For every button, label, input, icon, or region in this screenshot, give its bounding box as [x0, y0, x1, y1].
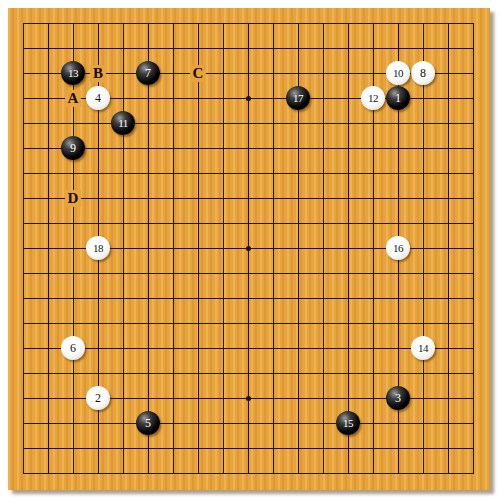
stone-number: 3 — [395, 392, 401, 404]
stone-number: 1 — [395, 92, 401, 104]
stone-number: 16 — [393, 243, 403, 254]
stone-white-16-Q10: 16 — [386, 236, 410, 260]
stone-black-1-Q16: 1 — [386, 86, 410, 110]
stone-number: 8 — [420, 67, 426, 79]
stone-number: 2 — [95, 392, 101, 404]
star-point — [236, 236, 261, 261]
stone-number: 7 — [145, 67, 151, 79]
board-label-D: D — [61, 186, 86, 211]
stone-number: 13 — [68, 68, 78, 79]
star-point-dot — [246, 396, 251, 401]
stone-white-6-C6: 6 — [61, 336, 85, 360]
stone-white-10-Q17: 10 — [386, 61, 410, 85]
stone-black-7-F17: 7 — [136, 61, 160, 85]
stone-white-18-D10: 18 — [86, 236, 110, 260]
stone-number: 6 — [70, 342, 76, 354]
board-label-text-A: A — [65, 90, 82, 107]
board-label-text-C: C — [190, 65, 207, 82]
stone-black-17-M16: 17 — [286, 86, 310, 110]
stone-number: 14 — [418, 343, 428, 354]
stone-number: 9 — [70, 142, 76, 154]
board-label-A: A — [61, 86, 86, 111]
board-label-C: C — [186, 61, 211, 86]
stone-black-11-E15: 11 — [111, 111, 135, 135]
board-grid: ABCD123456789101112131415161718 — [11, 11, 486, 486]
stone-number: 5 — [145, 417, 151, 429]
stone-number: 10 — [393, 68, 403, 79]
board-label-text-D: D — [65, 190, 82, 207]
stone-black-5-F3: 5 — [136, 411, 160, 435]
stone-white-8-R17: 8 — [411, 61, 435, 85]
stone-white-14-R6: 14 — [411, 336, 435, 360]
stone-white-2-D4: 2 — [86, 386, 110, 410]
stone-number: 17 — [293, 93, 303, 104]
stone-number: 4 — [95, 92, 101, 104]
star-point-dot — [246, 96, 251, 101]
go-board[interactable]: ABCD123456789101112131415161718 — [8, 8, 490, 490]
board-label-B: B — [86, 61, 111, 86]
star-point — [236, 386, 261, 411]
stone-black-9-C14: 9 — [61, 136, 85, 160]
page: ABCD123456789101112131415161718 — [0, 0, 500, 500]
stone-number: 18 — [93, 243, 103, 254]
stone-black-13-C17: 13 — [61, 61, 85, 85]
stone-number: 11 — [118, 118, 128, 129]
stone-black-3-Q4: 3 — [386, 386, 410, 410]
stone-white-12-P16: 12 — [361, 86, 385, 110]
stone-number: 12 — [368, 93, 378, 104]
stone-black-15-O3: 15 — [336, 411, 360, 435]
board-label-text-B: B — [90, 65, 106, 82]
stone-number: 15 — [343, 418, 353, 429]
star-point-dot — [246, 246, 251, 251]
stone-white-4-D16: 4 — [86, 86, 110, 110]
star-point — [236, 86, 261, 111]
